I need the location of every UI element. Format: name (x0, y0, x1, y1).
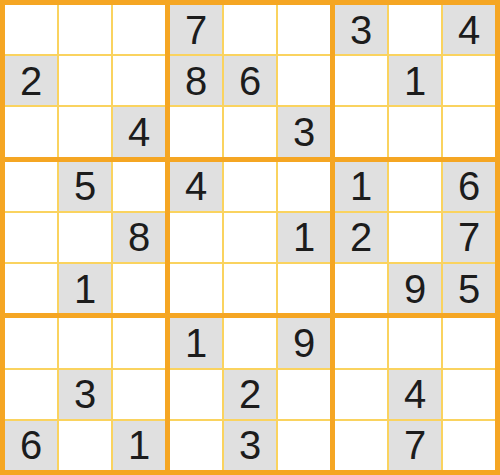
cell-r3c1[interactable] (5, 107, 57, 156)
cell-r5c2[interactable] (59, 213, 111, 262)
cell-r6c6[interactable] (278, 264, 330, 313)
cell-r2c9[interactable] (443, 56, 495, 105)
cell-r1c8[interactable] (389, 5, 441, 54)
cell-r4c4[interactable]: 4 (170, 162, 222, 211)
cell-r9c3[interactable]: 1 (113, 421, 165, 470)
cell-r3c3[interactable]: 4 (113, 107, 165, 156)
cell-r3c9[interactable] (443, 107, 495, 156)
cell-r4c8[interactable] (389, 162, 441, 211)
cell-r8c6[interactable] (278, 370, 330, 419)
cell-r9c1[interactable]: 6 (5, 421, 57, 470)
sudoku-box-3: 341 (335, 5, 495, 157)
cell-r5c8[interactable] (389, 213, 441, 262)
cell-r7c8[interactable] (389, 318, 441, 367)
cell-r7c7[interactable] (335, 318, 387, 367)
cell-r5c1[interactable] (5, 213, 57, 262)
cell-r1c3[interactable] (113, 5, 165, 54)
sudoku-box-4: 581 (5, 162, 165, 314)
cell-r8c3[interactable] (113, 370, 165, 419)
sudoku-box-7: 361 (5, 318, 165, 470)
cell-r5c9[interactable]: 7 (443, 213, 495, 262)
sudoku-box-6: 162795 (335, 162, 495, 314)
cell-r2c7[interactable] (335, 56, 387, 105)
cell-r1c1[interactable] (5, 5, 57, 54)
cell-r9c8[interactable]: 7 (389, 421, 441, 470)
cell-r9c6[interactable] (278, 421, 330, 470)
cell-r2c1[interactable]: 2 (5, 56, 57, 105)
cell-r4c3[interactable] (113, 162, 165, 211)
cell-r8c2[interactable]: 3 (59, 370, 111, 419)
cell-r7c3[interactable] (113, 318, 165, 367)
cell-r4c6[interactable] (278, 162, 330, 211)
cell-r2c6[interactable] (278, 56, 330, 105)
cell-r7c9[interactable] (443, 318, 495, 367)
cell-r8c8[interactable]: 4 (389, 370, 441, 419)
cell-r7c4[interactable]: 1 (170, 318, 222, 367)
cell-r8c4[interactable] (170, 370, 222, 419)
cell-r6c1[interactable] (5, 264, 57, 313)
cell-r1c5[interactable] (224, 5, 276, 54)
sudoku-box-8: 1923 (170, 318, 330, 470)
cell-r7c5[interactable] (224, 318, 276, 367)
cell-r9c2[interactable] (59, 421, 111, 470)
cell-r7c1[interactable] (5, 318, 57, 367)
cell-r2c5[interactable]: 6 (224, 56, 276, 105)
cell-r7c2[interactable] (59, 318, 111, 367)
cell-r9c7[interactable] (335, 421, 387, 470)
cell-r1c9[interactable]: 4 (443, 5, 495, 54)
cell-r9c4[interactable] (170, 421, 222, 470)
cell-r3c7[interactable] (335, 107, 387, 156)
cell-r9c9[interactable] (443, 421, 495, 470)
cell-r1c7[interactable]: 3 (335, 5, 387, 54)
cell-r6c8[interactable]: 9 (389, 264, 441, 313)
cell-r6c4[interactable] (170, 264, 222, 313)
cell-r4c9[interactable]: 6 (443, 162, 495, 211)
cell-r4c5[interactable] (224, 162, 276, 211)
cell-r8c9[interactable] (443, 370, 495, 419)
cell-r2c8[interactable]: 1 (389, 56, 441, 105)
cell-r2c3[interactable] (113, 56, 165, 105)
cell-r1c2[interactable] (59, 5, 111, 54)
cell-r4c1[interactable] (5, 162, 57, 211)
cell-r3c4[interactable] (170, 107, 222, 156)
cell-r6c9[interactable]: 5 (443, 264, 495, 313)
cell-r4c2[interactable]: 5 (59, 162, 111, 211)
cell-r2c4[interactable]: 8 (170, 56, 222, 105)
cell-r5c6[interactable]: 1 (278, 213, 330, 262)
cell-r8c1[interactable] (5, 370, 57, 419)
cell-r6c7[interactable] (335, 264, 387, 313)
sudoku-box-9: 47 (335, 318, 495, 470)
cell-r8c7[interactable] (335, 370, 387, 419)
cell-r6c3[interactable] (113, 264, 165, 313)
cell-r8c5[interactable]: 2 (224, 370, 276, 419)
cell-r5c5[interactable] (224, 213, 276, 262)
sudoku-board: 24786334158141162795361192347 (0, 0, 500, 475)
cell-r3c5[interactable] (224, 107, 276, 156)
cell-r7c6[interactable]: 9 (278, 318, 330, 367)
cell-r5c3[interactable]: 8 (113, 213, 165, 262)
cell-r5c4[interactable] (170, 213, 222, 262)
cell-r6c5[interactable] (224, 264, 276, 313)
sudoku-box-2: 7863 (170, 5, 330, 157)
cell-r1c6[interactable] (278, 5, 330, 54)
sudoku-box-5: 41 (170, 162, 330, 314)
cell-r1c4[interactable]: 7 (170, 5, 222, 54)
sudoku-box-1: 24 (5, 5, 165, 157)
cell-r3c2[interactable] (59, 107, 111, 156)
cell-r5c7[interactable]: 2 (335, 213, 387, 262)
cell-r9c5[interactable]: 3 (224, 421, 276, 470)
cell-r3c8[interactable] (389, 107, 441, 156)
cell-r3c6[interactable]: 3 (278, 107, 330, 156)
cell-r4c7[interactable]: 1 (335, 162, 387, 211)
cell-r2c2[interactable] (59, 56, 111, 105)
cell-r6c2[interactable]: 1 (59, 264, 111, 313)
